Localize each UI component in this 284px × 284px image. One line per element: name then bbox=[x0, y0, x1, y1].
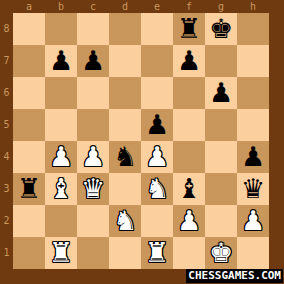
file-label-h: h bbox=[237, 0, 269, 13]
square-b1[interactable]: ♜ bbox=[45, 237, 77, 269]
square-g4[interactable] bbox=[205, 141, 237, 173]
square-h8[interactable] bbox=[237, 13, 269, 45]
piece-black-knight-d4[interactable]: ♞ bbox=[113, 141, 137, 173]
square-f2[interactable]: ♟ bbox=[173, 205, 205, 237]
square-f1[interactable] bbox=[173, 237, 205, 269]
square-h4[interactable]: ♟ bbox=[237, 141, 269, 173]
square-e1[interactable]: ♜ bbox=[141, 237, 173, 269]
file-label-g: g bbox=[205, 0, 237, 13]
square-g6[interactable]: ♟ bbox=[205, 77, 237, 109]
piece-white-knight-e3[interactable]: ♞ bbox=[145, 173, 169, 205]
file-label-b: b bbox=[45, 0, 77, 13]
piece-white-pawn-f2[interactable]: ♟ bbox=[177, 205, 201, 237]
piece-black-pawn-f7[interactable]: ♟ bbox=[177, 45, 201, 77]
piece-white-knight-d2[interactable]: ♞ bbox=[113, 205, 137, 237]
piece-white-pawn-b4[interactable]: ♟ bbox=[49, 141, 73, 173]
square-d5[interactable] bbox=[109, 109, 141, 141]
square-c1[interactable] bbox=[77, 237, 109, 269]
file-label-e: e bbox=[141, 0, 173, 13]
square-f4[interactable] bbox=[173, 141, 205, 173]
square-f7[interactable]: ♟ bbox=[173, 45, 205, 77]
square-h7[interactable] bbox=[237, 45, 269, 77]
rank-label-4: 4 bbox=[0, 141, 13, 173]
square-c5[interactable] bbox=[77, 109, 109, 141]
rank-label-8: 8 bbox=[0, 13, 13, 45]
square-a3[interactable]: ♜ bbox=[13, 173, 45, 205]
piece-black-bishop-f3[interactable]: ♝ bbox=[177, 173, 201, 205]
piece-black-pawn-h4[interactable]: ♟ bbox=[241, 141, 265, 173]
square-h3[interactable]: ♛ bbox=[237, 173, 269, 205]
square-c4[interactable]: ♟ bbox=[77, 141, 109, 173]
rank-label-5: 5 bbox=[0, 109, 13, 141]
square-d1[interactable] bbox=[109, 237, 141, 269]
square-c6[interactable] bbox=[77, 77, 109, 109]
piece-black-queen-h3[interactable]: ♛ bbox=[241, 173, 265, 205]
square-a5[interactable] bbox=[13, 109, 45, 141]
square-d2[interactable]: ♞ bbox=[109, 205, 141, 237]
piece-black-pawn-g6[interactable]: ♟ bbox=[209, 77, 233, 109]
square-f3[interactable]: ♝ bbox=[173, 173, 205, 205]
piece-black-pawn-e5[interactable]: ♟ bbox=[145, 109, 169, 141]
square-b2[interactable] bbox=[45, 205, 77, 237]
rank-label-1: 1 bbox=[0, 237, 13, 269]
piece-white-queen-c3[interactable]: ♛ bbox=[81, 173, 105, 205]
piece-black-king-g8[interactable]: ♚ bbox=[209, 13, 233, 45]
square-a8[interactable] bbox=[13, 13, 45, 45]
square-a2[interactable] bbox=[13, 205, 45, 237]
square-b6[interactable] bbox=[45, 77, 77, 109]
square-g2[interactable] bbox=[205, 205, 237, 237]
square-e5[interactable]: ♟ bbox=[141, 109, 173, 141]
piece-black-rook-a3[interactable]: ♜ bbox=[17, 173, 41, 205]
rank-label-3: 3 bbox=[0, 173, 13, 205]
rank-label-7: 7 bbox=[0, 45, 13, 77]
piece-black-rook-f8[interactable]: ♜ bbox=[177, 13, 201, 45]
square-c2[interactable] bbox=[77, 205, 109, 237]
square-b7[interactable]: ♟ bbox=[45, 45, 77, 77]
square-h1[interactable] bbox=[237, 237, 269, 269]
square-f8[interactable]: ♜ bbox=[173, 13, 205, 45]
square-c3[interactable]: ♛ bbox=[77, 173, 109, 205]
rank-label-6: 6 bbox=[0, 77, 13, 109]
square-h2[interactable]: ♟ bbox=[237, 205, 269, 237]
piece-white-rook-e1[interactable]: ♜ bbox=[145, 237, 169, 269]
square-d3[interactable] bbox=[109, 173, 141, 205]
file-label-f: f bbox=[173, 0, 205, 13]
square-b4[interactable]: ♟ bbox=[45, 141, 77, 173]
square-e4[interactable]: ♟ bbox=[141, 141, 173, 173]
chess-diagram: ♜♚♟♟♟♟♟♟♟♞♟♟♜♝♛♞♝♛♞♟♟♜♜♚ CHESSGAMES.COM … bbox=[0, 0, 284, 284]
chess-board: ♜♚♟♟♟♟♟♟♟♞♟♟♜♝♛♞♝♛♞♟♟♜♜♚ bbox=[13, 13, 269, 269]
square-h6[interactable] bbox=[237, 77, 269, 109]
piece-white-pawn-c4[interactable]: ♟ bbox=[81, 141, 105, 173]
file-label-d: d bbox=[109, 0, 141, 13]
square-d6[interactable] bbox=[109, 77, 141, 109]
square-f6[interactable] bbox=[173, 77, 205, 109]
piece-black-pawn-b7[interactable]: ♟ bbox=[49, 45, 73, 77]
square-g3[interactable] bbox=[205, 173, 237, 205]
square-b5[interactable] bbox=[45, 109, 77, 141]
square-a1[interactable] bbox=[13, 237, 45, 269]
square-a6[interactable] bbox=[13, 77, 45, 109]
square-d4[interactable]: ♞ bbox=[109, 141, 141, 173]
square-e3[interactable]: ♞ bbox=[141, 173, 173, 205]
piece-white-pawn-h2[interactable]: ♟ bbox=[241, 205, 265, 237]
square-b8[interactable] bbox=[45, 13, 77, 45]
square-g5[interactable] bbox=[205, 109, 237, 141]
file-label-c: c bbox=[77, 0, 109, 13]
square-g8[interactable]: ♚ bbox=[205, 13, 237, 45]
square-h5[interactable] bbox=[237, 109, 269, 141]
piece-white-rook-b1[interactable]: ♜ bbox=[49, 237, 73, 269]
square-g7[interactable] bbox=[205, 45, 237, 77]
piece-black-pawn-c7[interactable]: ♟ bbox=[81, 45, 105, 77]
file-label-a: a bbox=[13, 0, 45, 13]
chessgames-watermark: CHESSGAMES.COM bbox=[186, 269, 283, 283]
square-e6[interactable] bbox=[141, 77, 173, 109]
piece-white-bishop-b3[interactable]: ♝ bbox=[49, 173, 73, 205]
square-e2[interactable] bbox=[141, 205, 173, 237]
piece-white-pawn-e4[interactable]: ♟ bbox=[145, 141, 169, 173]
rank-label-2: 2 bbox=[0, 205, 13, 237]
square-a7[interactable] bbox=[13, 45, 45, 77]
square-c8[interactable] bbox=[77, 13, 109, 45]
square-b3[interactable]: ♝ bbox=[45, 173, 77, 205]
piece-white-king-g1[interactable]: ♚ bbox=[209, 237, 233, 269]
square-g1[interactable]: ♚ bbox=[205, 237, 237, 269]
square-d8[interactable] bbox=[109, 13, 141, 45]
square-e8[interactable] bbox=[141, 13, 173, 45]
square-c7[interactable]: ♟ bbox=[77, 45, 109, 77]
square-a4[interactable] bbox=[13, 141, 45, 173]
square-e7[interactable] bbox=[141, 45, 173, 77]
square-f5[interactable] bbox=[173, 109, 205, 141]
square-d7[interactable] bbox=[109, 45, 141, 77]
